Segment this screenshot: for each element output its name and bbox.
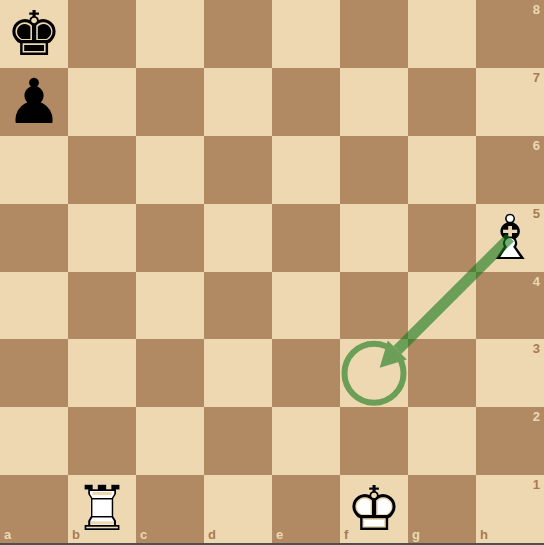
square-d6[interactable] — [204, 136, 272, 204]
rank-label-6: 6 — [533, 139, 540, 152]
square-g5[interactable] — [408, 204, 476, 272]
square-a2[interactable] — [0, 407, 68, 475]
square-d5[interactable] — [204, 204, 272, 272]
square-g7[interactable] — [408, 68, 476, 136]
square-g4[interactable] — [408, 272, 476, 340]
chess-board: ♚8♟765♝♗432ab♜♖cdef♚♔g1h — [0, 0, 544, 543]
square-b8[interactable] — [68, 0, 136, 68]
square-c2[interactable] — [136, 407, 204, 475]
square-c1[interactable]: c — [136, 475, 204, 543]
square-d3[interactable] — [204, 339, 272, 407]
piece-white-rook[interactable]: ♜♖ — [68, 475, 136, 543]
square-f1[interactable]: f♚♔ — [340, 475, 408, 543]
square-f2[interactable] — [340, 407, 408, 475]
square-e5[interactable] — [272, 204, 340, 272]
piece-white-bishop[interactable]: ♝♗ — [476, 204, 544, 272]
square-h8[interactable]: 8 — [476, 0, 544, 68]
file-label-e: e — [276, 528, 283, 541]
square-b7[interactable] — [68, 68, 136, 136]
square-g6[interactable] — [408, 136, 476, 204]
square-c7[interactable] — [136, 68, 204, 136]
piece-black-king[interactable]: ♚ — [0, 0, 68, 68]
square-e6[interactable] — [272, 136, 340, 204]
square-a7[interactable]: ♟ — [0, 68, 68, 136]
square-e8[interactable] — [272, 0, 340, 68]
rank-label-4: 4 — [533, 275, 540, 288]
piece-outline-layer: ♗ — [476, 204, 544, 272]
piece-white-king[interactable]: ♚♔ — [340, 475, 408, 543]
square-h5[interactable]: 5♝♗ — [476, 204, 544, 272]
square-f6[interactable] — [340, 136, 408, 204]
square-g2[interactable] — [408, 407, 476, 475]
square-a4[interactable] — [0, 272, 68, 340]
file-label-a: a — [4, 528, 11, 541]
square-b1[interactable]: b♜♖ — [68, 475, 136, 543]
square-a3[interactable] — [0, 339, 68, 407]
chessboard-screenshot: ♚8♟765♝♗432ab♜♖cdef♚♔g1h — [0, 0, 544, 545]
rank-label-1: 1 — [533, 478, 540, 491]
piece-outline-layer: ♔ — [340, 475, 408, 543]
square-e1[interactable]: e — [272, 475, 340, 543]
square-b2[interactable] — [68, 407, 136, 475]
square-b4[interactable] — [68, 272, 136, 340]
square-f3[interactable] — [340, 339, 408, 407]
file-label-c: c — [140, 528, 147, 541]
square-h7[interactable]: 7 — [476, 68, 544, 136]
rank-label-3: 3 — [533, 342, 540, 355]
rank-label-2: 2 — [533, 410, 540, 423]
file-label-h: h — [480, 528, 488, 541]
square-h6[interactable]: 6 — [476, 136, 544, 204]
square-a8[interactable]: ♚ — [0, 0, 68, 68]
square-e3[interactable] — [272, 339, 340, 407]
square-f7[interactable] — [340, 68, 408, 136]
square-c6[interactable] — [136, 136, 204, 204]
square-h2[interactable]: 2 — [476, 407, 544, 475]
square-h1[interactable]: 1h — [476, 475, 544, 543]
piece-outline-layer: ♖ — [68, 475, 136, 543]
square-e7[interactable] — [272, 68, 340, 136]
rank-label-8: 8 — [533, 3, 540, 16]
piece-glyph: ♚ — [0, 0, 68, 68]
square-f8[interactable] — [340, 0, 408, 68]
square-a5[interactable] — [0, 204, 68, 272]
square-g8[interactable] — [408, 0, 476, 68]
piece-glyph: ♟ — [0, 68, 68, 136]
piece-black-pawn[interactable]: ♟ — [0, 68, 68, 136]
square-b6[interactable] — [68, 136, 136, 204]
file-label-g: g — [412, 528, 420, 541]
square-b3[interactable] — [68, 339, 136, 407]
square-d2[interactable] — [204, 407, 272, 475]
square-a6[interactable] — [0, 136, 68, 204]
square-a1[interactable]: a — [0, 475, 68, 543]
square-e2[interactable] — [272, 407, 340, 475]
square-d1[interactable]: d — [204, 475, 272, 543]
square-c4[interactable] — [136, 272, 204, 340]
square-h3[interactable]: 3 — [476, 339, 544, 407]
rank-label-7: 7 — [533, 71, 540, 84]
square-b5[interactable] — [68, 204, 136, 272]
square-c3[interactable] — [136, 339, 204, 407]
square-d4[interactable] — [204, 272, 272, 340]
square-h4[interactable]: 4 — [476, 272, 544, 340]
square-e4[interactable] — [272, 272, 340, 340]
square-g3[interactable] — [408, 339, 476, 407]
square-c5[interactable] — [136, 204, 204, 272]
file-label-d: d — [208, 528, 216, 541]
square-f4[interactable] — [340, 272, 408, 340]
square-d7[interactable] — [204, 68, 272, 136]
square-f5[interactable] — [340, 204, 408, 272]
square-d8[interactable] — [204, 0, 272, 68]
square-g1[interactable]: g — [408, 475, 476, 543]
square-c8[interactable] — [136, 0, 204, 68]
